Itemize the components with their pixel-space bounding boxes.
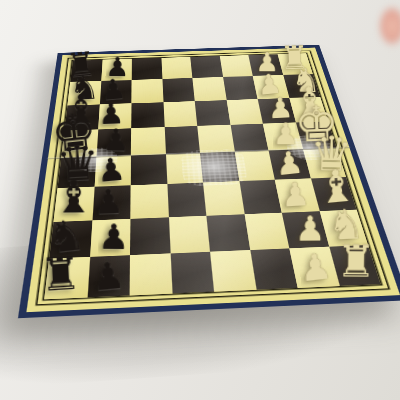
square-b7[interactable]: ♟ xyxy=(90,219,131,257)
piece-black-pawn[interactable]: ♟ xyxy=(93,186,124,218)
square-f5[interactable] xyxy=(163,101,197,127)
square-c6[interactable] xyxy=(130,184,168,218)
square-a1[interactable]: ♜ xyxy=(329,245,381,286)
square-b4[interactable] xyxy=(206,214,249,252)
piece-black-pawn[interactable]: ♟ xyxy=(96,154,127,185)
chess-board: ♜♟♟♜♞♟♟♞♝♟♟♝♚♟♟♚♛♟♟♛♝♟♟♝♞♟♟♞♜♟♟♜ xyxy=(18,45,400,318)
square-a8[interactable]: ♜ xyxy=(44,257,89,300)
square-b2[interactable]: ♟ xyxy=(282,211,329,248)
piece-white-rook[interactable]: ♜ xyxy=(336,241,376,282)
board-frame: ♜♟♟♜♞♟♟♞♝♟♟♝♚♟♟♚♛♟♟♛♝♟♟♝♞♟♟♞♜♟♟♜ xyxy=(18,45,400,318)
square-b3[interactable] xyxy=(244,212,289,249)
square-a5[interactable] xyxy=(170,252,214,294)
square-c5[interactable] xyxy=(167,183,206,217)
piece-black-pawn[interactable]: ♟ xyxy=(98,221,130,253)
board-grid: ♜♟♟♜♞♟♟♞♝♟♟♝♚♟♟♚♛♟♟♛♝♟♟♝♞♟♟♞♜♟♟♜ xyxy=(44,53,380,299)
square-h3[interactable] xyxy=(219,55,252,77)
photo-scene: ♜♟♟♜♞♟♟♞♝♟♟♝♚♟♟♚♛♟♟♛♝♟♟♝♞♟♟♞♜♟♟♜ xyxy=(0,0,400,400)
square-h6[interactable] xyxy=(132,58,162,80)
square-f4[interactable] xyxy=(195,100,230,126)
square-c3[interactable] xyxy=(239,180,282,214)
fingertip-photo-artifact xyxy=(378,5,400,47)
piece-black-rook[interactable]: ♜ xyxy=(39,253,82,297)
square-b6[interactable] xyxy=(130,217,170,255)
square-g5[interactable] xyxy=(162,78,195,102)
square-e3[interactable] xyxy=(230,124,268,152)
piece-white-pawn[interactable]: ♟ xyxy=(298,249,334,286)
square-e6[interactable] xyxy=(131,127,166,156)
square-f6[interactable] xyxy=(131,102,164,128)
square-h5[interactable] xyxy=(161,57,192,79)
square-c4[interactable] xyxy=(203,181,244,215)
square-g4[interactable] xyxy=(192,77,226,101)
square-h4[interactable] xyxy=(190,56,222,78)
square-a7[interactable]: ♟ xyxy=(87,255,130,297)
square-a3[interactable] xyxy=(250,248,298,290)
piece-white-pawn[interactable]: ♟ xyxy=(281,179,312,211)
square-a4[interactable] xyxy=(210,250,256,292)
light-reflection-center xyxy=(181,149,249,187)
square-g3[interactable] xyxy=(223,76,258,100)
square-a6[interactable] xyxy=(130,253,172,295)
piece-black-pawn[interactable]: ♟ xyxy=(90,258,126,295)
piece-white-pawn[interactable]: ♟ xyxy=(295,213,326,245)
square-d6[interactable] xyxy=(131,154,167,185)
square-g6[interactable] xyxy=(131,79,163,103)
square-b5[interactable] xyxy=(168,215,210,253)
square-f3[interactable] xyxy=(226,99,263,125)
square-c7[interactable]: ♟ xyxy=(92,186,131,221)
